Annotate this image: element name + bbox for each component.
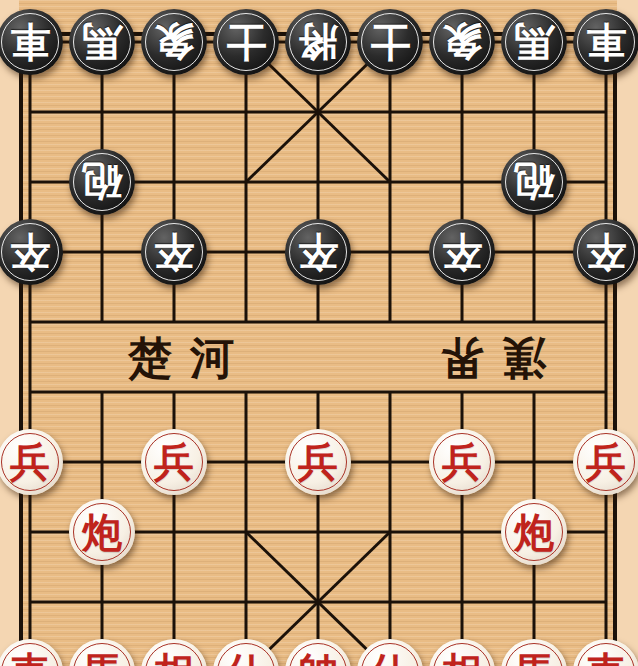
point-h8[interactable]: 炮 <box>498 497 570 567</box>
point-e3[interactable] <box>282 147 354 217</box>
piece-black-advisor[interactable]: 士 <box>213 9 279 75</box>
point-g4[interactable]: 卒 <box>426 217 498 287</box>
point-d2[interactable] <box>210 77 282 147</box>
piece-red-chariot[interactable]: 車 <box>0 639 63 666</box>
point-g1[interactable]: 象 <box>426 7 498 77</box>
point-a9[interactable] <box>0 567 66 637</box>
point-f10[interactable]: 仕 <box>354 637 426 666</box>
point-a8[interactable] <box>0 497 66 567</box>
point-e10[interactable]: 帥 <box>282 637 354 666</box>
point-f6[interactable] <box>354 357 426 427</box>
point-a7[interactable]: 兵 <box>0 427 66 497</box>
point-b9[interactable] <box>66 567 138 637</box>
point-i8[interactable] <box>570 497 638 567</box>
point-d10[interactable]: 仕 <box>210 637 282 666</box>
piece-red-soldier[interactable]: 兵 <box>141 429 207 495</box>
black-chariot-glyph: 車 <box>586 22 626 62</box>
point-c8[interactable] <box>138 497 210 567</box>
red-cannon-glyph: 炮 <box>82 512 122 552</box>
piece-red-soldier[interactable]: 兵 <box>0 429 63 495</box>
point-d6[interactable] <box>210 357 282 427</box>
black-advisor-glyph: 士 <box>370 22 410 62</box>
point-c9[interactable] <box>138 567 210 637</box>
piece-red-general[interactable]: 帥 <box>285 639 351 666</box>
point-b6[interactable] <box>66 357 138 427</box>
black-horse-glyph: 馬 <box>82 22 122 62</box>
point-d1[interactable]: 士 <box>210 7 282 77</box>
red-horse-glyph: 馬 <box>82 652 122 666</box>
piece-red-cannon[interactable]: 炮 <box>501 499 567 565</box>
board-points: 車馬象士將士象馬車砲砲卒卒卒卒卒兵兵兵兵兵炮炮車馬相仕帥仕相馬車 <box>0 7 638 666</box>
point-i3[interactable] <box>570 147 638 217</box>
piece-red-elephant[interactable]: 相 <box>141 639 207 666</box>
point-b4[interactable] <box>66 217 138 287</box>
red-advisor-glyph: 仕 <box>226 652 266 666</box>
point-i9[interactable] <box>570 567 638 637</box>
point-g9[interactable] <box>426 567 498 637</box>
black-soldier-glyph: 卒 <box>298 232 338 272</box>
point-a2[interactable] <box>0 77 66 147</box>
point-g6[interactable] <box>426 357 498 427</box>
piece-black-general[interactable]: 將 <box>285 9 351 75</box>
black-soldier-glyph: 卒 <box>10 232 50 272</box>
piece-red-soldier[interactable]: 兵 <box>429 429 495 495</box>
point-a3[interactable] <box>0 147 66 217</box>
point-d7[interactable] <box>210 427 282 497</box>
point-c7[interactable]: 兵 <box>138 427 210 497</box>
point-i1[interactable]: 車 <box>570 7 638 77</box>
point-f3[interactable] <box>354 147 426 217</box>
point-a5[interactable] <box>0 287 66 357</box>
point-f2[interactable] <box>354 77 426 147</box>
point-e2[interactable] <box>282 77 354 147</box>
point-b5[interactable] <box>66 287 138 357</box>
point-h9[interactable] <box>498 567 570 637</box>
piece-black-chariot[interactable]: 車 <box>573 9 638 75</box>
piece-black-soldier[interactable]: 卒 <box>573 219 638 285</box>
xiangqi-board: 楚河 漢界 車馬象士將士象馬車砲砲卒卒卒卒卒兵兵兵兵兵炮炮車馬相仕帥仕相馬車 <box>0 0 638 666</box>
piece-black-soldier[interactable]: 卒 <box>141 219 207 285</box>
point-e4[interactable]: 卒 <box>282 217 354 287</box>
point-f7[interactable] <box>354 427 426 497</box>
point-h2[interactable] <box>498 77 570 147</box>
point-h1[interactable]: 馬 <box>498 7 570 77</box>
piece-black-advisor[interactable]: 士 <box>357 9 423 75</box>
piece-red-advisor[interactable]: 仕 <box>357 639 423 666</box>
point-a1[interactable]: 車 <box>0 7 66 77</box>
point-d8[interactable] <box>210 497 282 567</box>
piece-black-elephant[interactable]: 象 <box>429 9 495 75</box>
point-h6[interactable] <box>498 357 570 427</box>
point-g2[interactable] <box>426 77 498 147</box>
piece-red-advisor[interactable]: 仕 <box>213 639 279 666</box>
piece-black-soldier[interactable]: 卒 <box>0 219 63 285</box>
point-c1[interactable]: 象 <box>138 7 210 77</box>
point-b1[interactable]: 馬 <box>66 7 138 77</box>
black-soldier-glyph: 卒 <box>154 232 194 272</box>
black-cannon-glyph: 砲 <box>514 162 554 202</box>
point-h7[interactable] <box>498 427 570 497</box>
point-c10[interactable]: 相 <box>138 637 210 666</box>
piece-black-soldier[interactable]: 卒 <box>429 219 495 285</box>
point-a4[interactable]: 卒 <box>0 217 66 287</box>
red-cannon-glyph: 炮 <box>514 512 554 552</box>
point-g7[interactable]: 兵 <box>426 427 498 497</box>
point-b2[interactable] <box>66 77 138 147</box>
black-general-glyph: 將 <box>298 22 338 62</box>
black-advisor-glyph: 士 <box>226 22 266 62</box>
piece-black-chariot[interactable]: 車 <box>0 9 63 75</box>
red-soldier-glyph: 兵 <box>298 442 338 482</box>
point-i2[interactable] <box>570 77 638 147</box>
red-soldier-glyph: 兵 <box>442 442 482 482</box>
point-g10[interactable]: 相 <box>426 637 498 666</box>
point-d3[interactable] <box>210 147 282 217</box>
point-b10[interactable]: 馬 <box>66 637 138 666</box>
piece-black-horse[interactable]: 馬 <box>501 9 567 75</box>
red-advisor-glyph: 仕 <box>370 652 410 666</box>
point-c2[interactable] <box>138 77 210 147</box>
point-f5[interactable] <box>354 287 426 357</box>
point-d5[interactable] <box>210 287 282 357</box>
point-c3[interactable] <box>138 147 210 217</box>
piece-red-elephant[interactable]: 相 <box>429 639 495 666</box>
black-horse-glyph: 馬 <box>514 22 554 62</box>
red-soldier-glyph: 兵 <box>154 442 194 482</box>
point-h3[interactable]: 砲 <box>498 147 570 217</box>
point-a6[interactable] <box>0 357 66 427</box>
red-elephant-glyph: 相 <box>442 652 482 666</box>
point-g5[interactable] <box>426 287 498 357</box>
piece-black-elephant[interactable]: 象 <box>141 9 207 75</box>
point-g8[interactable] <box>426 497 498 567</box>
black-cannon-glyph: 砲 <box>82 162 122 202</box>
piece-red-soldier[interactable]: 兵 <box>573 429 638 495</box>
red-general-glyph: 帥 <box>298 652 338 666</box>
red-chariot-glyph: 車 <box>586 652 626 666</box>
point-i7[interactable]: 兵 <box>570 427 638 497</box>
point-f4[interactable] <box>354 217 426 287</box>
black-soldier-glyph: 卒 <box>586 232 626 272</box>
black-chariot-glyph: 車 <box>10 22 50 62</box>
red-elephant-glyph: 相 <box>154 652 194 666</box>
point-i4[interactable]: 卒 <box>570 217 638 287</box>
point-f1[interactable]: 士 <box>354 7 426 77</box>
point-e1[interactable]: 將 <box>282 7 354 77</box>
red-horse-glyph: 馬 <box>514 652 554 666</box>
piece-black-horse[interactable]: 馬 <box>69 9 135 75</box>
point-i10[interactable]: 車 <box>570 637 638 666</box>
point-g3[interactable] <box>426 147 498 217</box>
piece-black-cannon[interactable]: 砲 <box>69 149 135 215</box>
point-e6[interactable] <box>282 357 354 427</box>
point-i5[interactable] <box>570 287 638 357</box>
piece-red-cannon[interactable]: 炮 <box>69 499 135 565</box>
red-soldier-glyph: 兵 <box>10 442 50 482</box>
piece-red-horse[interactable]: 馬 <box>501 639 567 666</box>
point-b3[interactable]: 砲 <box>66 147 138 217</box>
red-chariot-glyph: 車 <box>10 652 50 666</box>
point-h4[interactable] <box>498 217 570 287</box>
point-c4[interactable]: 卒 <box>138 217 210 287</box>
point-b8[interactable]: 炮 <box>66 497 138 567</box>
piece-red-soldier[interactable]: 兵 <box>285 429 351 495</box>
point-h5[interactable] <box>498 287 570 357</box>
black-elephant-glyph: 象 <box>154 22 194 62</box>
piece-black-soldier[interactable]: 卒 <box>285 219 351 285</box>
point-f9[interactable] <box>354 567 426 637</box>
point-e7[interactable]: 兵 <box>282 427 354 497</box>
point-a10[interactable]: 車 <box>0 637 66 666</box>
piece-red-chariot[interactable]: 車 <box>573 639 638 666</box>
point-e9[interactable] <box>282 567 354 637</box>
piece-red-horse[interactable]: 馬 <box>69 639 135 666</box>
black-soldier-glyph: 卒 <box>442 232 482 272</box>
point-h10[interactable]: 馬 <box>498 637 570 666</box>
point-b7[interactable] <box>66 427 138 497</box>
point-f8[interactable] <box>354 497 426 567</box>
piece-black-cannon[interactable]: 砲 <box>501 149 567 215</box>
point-e5[interactable] <box>282 287 354 357</box>
point-e8[interactable] <box>282 497 354 567</box>
black-elephant-glyph: 象 <box>442 22 482 62</box>
point-d9[interactable] <box>210 567 282 637</box>
point-c6[interactable] <box>138 357 210 427</box>
point-c5[interactable] <box>138 287 210 357</box>
point-i6[interactable] <box>570 357 638 427</box>
red-soldier-glyph: 兵 <box>586 442 626 482</box>
point-d4[interactable] <box>210 217 282 287</box>
